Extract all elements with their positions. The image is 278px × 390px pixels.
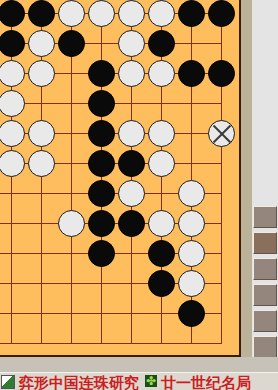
- taskbar: 弈形中国连珠研究 ✤ 廿一世纪名局: [0, 372, 278, 390]
- black-stone[interactable]: [148, 30, 175, 57]
- white-stone[interactable]: [58, 0, 85, 27]
- grid-line-vertical: [221, 0, 222, 344]
- app-screen: 弈形中国连珠研究 ✤ 廿一世纪名局: [0, 0, 278, 390]
- white-stone[interactable]: [88, 0, 115, 27]
- white-stone[interactable]: [148, 150, 175, 177]
- game-board[interactable]: [0, 0, 241, 357]
- black-stone[interactable]: [118, 210, 145, 237]
- white-stone[interactable]: [0, 90, 25, 117]
- white-stone-last-move[interactable]: [208, 120, 235, 147]
- black-stone[interactable]: [88, 120, 115, 147]
- white-stone[interactable]: [28, 30, 55, 57]
- taskbar-item-label: 廿一世纪名局: [161, 374, 251, 390]
- white-stone[interactable]: [118, 120, 145, 147]
- black-stone[interactable]: [88, 150, 115, 177]
- side-panel-button[interactable]: [253, 232, 277, 254]
- black-stone[interactable]: [88, 90, 115, 117]
- side-panel-button[interactable]: [253, 310, 277, 332]
- white-stone[interactable]: [118, 180, 145, 207]
- white-stone[interactable]: [0, 60, 25, 87]
- taskbar-item-renju-research[interactable]: 弈形中国连珠研究: [1, 374, 139, 390]
- black-stone[interactable]: [0, 30, 25, 57]
- status-strip: [0, 357, 278, 372]
- white-stone[interactable]: [178, 180, 205, 207]
- side-panel-button[interactable]: [253, 284, 277, 306]
- black-stone[interactable]: [178, 60, 205, 87]
- white-stone[interactable]: [58, 210, 85, 237]
- white-stone[interactable]: [148, 60, 175, 87]
- side-panel-button[interactable]: [253, 336, 277, 358]
- white-stone[interactable]: [0, 120, 25, 147]
- side-panel: [252, 0, 278, 357]
- taskbar-item-label: 弈形中国连珠研究: [19, 374, 139, 390]
- black-stone[interactable]: [118, 150, 145, 177]
- black-stone[interactable]: [88, 240, 115, 267]
- white-stone[interactable]: [28, 150, 55, 177]
- white-stone[interactable]: [0, 150, 25, 177]
- black-stone[interactable]: [88, 210, 115, 237]
- black-stone[interactable]: [28, 0, 55, 27]
- black-stone[interactable]: [88, 180, 115, 207]
- white-stone[interactable]: [118, 0, 145, 27]
- white-stone[interactable]: [148, 0, 175, 27]
- black-stone[interactable]: [208, 0, 235, 27]
- side-panel-button[interactable]: [253, 206, 277, 228]
- black-stone[interactable]: [178, 0, 205, 27]
- white-stone[interactable]: [118, 60, 145, 87]
- clover-icon: ✤: [145, 375, 157, 387]
- board-side-strip: [241, 0, 252, 357]
- black-stone[interactable]: [178, 300, 205, 327]
- grid-line-horizontal: [0, 343, 222, 344]
- side-panel-button[interactable]: [253, 258, 277, 280]
- black-stone[interactable]: [0, 0, 25, 27]
- black-stone[interactable]: [208, 60, 235, 87]
- white-stone[interactable]: [178, 240, 205, 267]
- white-stone[interactable]: [148, 120, 175, 147]
- white-stone[interactable]: [118, 30, 145, 57]
- taskbar-item-century-games[interactable]: ✤ 廿一世纪名局: [145, 374, 251, 390]
- program-icon: [1, 375, 15, 389]
- last-move-x-marker: [209, 121, 234, 146]
- black-stone[interactable]: [148, 240, 175, 267]
- white-stone[interactable]: [148, 210, 175, 237]
- white-stone[interactable]: [178, 270, 205, 297]
- black-stone[interactable]: [148, 270, 175, 297]
- black-stone[interactable]: [88, 60, 115, 87]
- white-stone[interactable]: [28, 60, 55, 87]
- black-stone[interactable]: [58, 30, 85, 57]
- white-stone[interactable]: [28, 120, 55, 147]
- white-stone[interactable]: [178, 210, 205, 237]
